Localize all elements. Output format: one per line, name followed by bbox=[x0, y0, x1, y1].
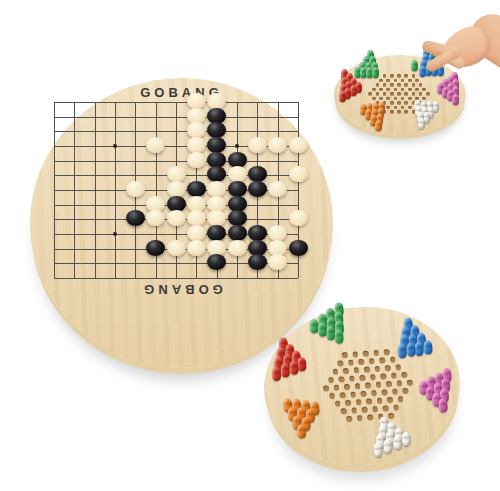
peg-hole bbox=[356, 399, 362, 405]
peg-hole bbox=[390, 357, 396, 363]
peg-green bbox=[372, 67, 379, 78]
chinese-checkers-board-top-right bbox=[334, 55, 466, 135]
peg-hole bbox=[355, 383, 361, 389]
star-point bbox=[235, 144, 239, 148]
peg-hole bbox=[392, 389, 398, 395]
peg-hole bbox=[386, 88, 390, 92]
peg-hole bbox=[344, 384, 350, 390]
peg-hole bbox=[390, 101, 394, 105]
peg-hole bbox=[401, 106, 405, 110]
white-stone bbox=[187, 137, 206, 153]
peg-hole bbox=[369, 358, 375, 364]
white-stone bbox=[207, 240, 226, 256]
peg-hole bbox=[352, 351, 358, 357]
peg-hole bbox=[397, 83, 401, 87]
black-stone bbox=[228, 196, 247, 212]
peg-red bbox=[289, 360, 299, 375]
peg-hole bbox=[419, 83, 423, 87]
peg-hole bbox=[390, 83, 394, 87]
peg-red bbox=[339, 91, 346, 102]
peg-hole bbox=[379, 88, 383, 92]
black-stone bbox=[167, 196, 186, 212]
white-stone bbox=[228, 240, 247, 256]
gobang-title-bottom: GOBANG bbox=[30, 282, 333, 297]
peg-hole bbox=[335, 401, 341, 407]
peg-orange bbox=[297, 424, 307, 439]
white-stone bbox=[187, 122, 206, 138]
peg-blue bbox=[397, 344, 407, 359]
peg-hole bbox=[333, 369, 339, 375]
black-stone bbox=[228, 152, 247, 168]
white-stone bbox=[126, 181, 145, 197]
peg-hole bbox=[372, 88, 376, 92]
peg-hole bbox=[351, 408, 357, 414]
peg-hole bbox=[404, 110, 408, 114]
peg-hole bbox=[382, 405, 388, 411]
peg-hole bbox=[384, 349, 390, 355]
peg-hole bbox=[391, 373, 397, 379]
white-stone bbox=[187, 225, 206, 241]
peg-white bbox=[418, 118, 425, 129]
peg-hole bbox=[385, 365, 391, 371]
peg-hole bbox=[334, 385, 340, 391]
peg-hole bbox=[361, 407, 367, 413]
peg-hole bbox=[408, 88, 412, 92]
peg-hole bbox=[357, 415, 363, 421]
white-stone bbox=[187, 210, 206, 226]
peg-hole bbox=[386, 106, 390, 110]
black-stone bbox=[207, 254, 226, 270]
chinese-checkers-board-bottom-right bbox=[259, 300, 466, 471]
black-stone bbox=[228, 225, 247, 241]
white-stone bbox=[268, 137, 287, 153]
peg-hole bbox=[390, 110, 394, 114]
peg-hole bbox=[371, 390, 377, 396]
white-stone bbox=[146, 210, 165, 226]
peg-hole bbox=[381, 390, 387, 396]
peg-hole bbox=[379, 358, 385, 364]
white-stone bbox=[289, 166, 308, 182]
black-stone bbox=[207, 108, 226, 124]
white-stone bbox=[289, 137, 308, 153]
peg-hole bbox=[338, 376, 344, 382]
white-stone bbox=[167, 181, 186, 197]
star-point bbox=[113, 144, 117, 148]
white-stone bbox=[187, 196, 206, 212]
black-stone bbox=[126, 210, 145, 226]
peg-hole bbox=[394, 106, 398, 110]
black-stone bbox=[207, 225, 226, 241]
black-stone bbox=[207, 137, 226, 153]
peg-hole bbox=[390, 92, 394, 96]
peg-hole bbox=[408, 79, 412, 83]
peg-hole bbox=[367, 415, 373, 421]
peg-hole bbox=[386, 381, 392, 387]
peg-hole bbox=[376, 92, 380, 96]
peg-hole bbox=[397, 101, 401, 105]
peg-hole bbox=[342, 352, 348, 358]
white-stone bbox=[228, 166, 247, 182]
peg-hole bbox=[396, 380, 402, 386]
peg-hole bbox=[348, 360, 354, 366]
peg-hole bbox=[380, 374, 386, 380]
product-photo: GOBANG GOBANG bbox=[0, 0, 500, 491]
peg-blue bbox=[423, 340, 433, 355]
peg-red bbox=[280, 363, 290, 378]
white-stone bbox=[268, 181, 287, 197]
peg-hole bbox=[323, 386, 329, 392]
peg-hole bbox=[404, 101, 408, 105]
white-stone bbox=[207, 210, 226, 226]
peg-hole bbox=[422, 88, 426, 92]
peg-hole bbox=[353, 367, 359, 373]
peg-hole bbox=[390, 74, 394, 78]
peg-hole bbox=[383, 92, 387, 96]
peg-hole bbox=[364, 367, 370, 373]
peg-hole bbox=[386, 79, 390, 83]
gobang-grid bbox=[54, 102, 298, 278]
peg-hole bbox=[393, 405, 399, 411]
peg-hole bbox=[408, 97, 412, 101]
black-stone bbox=[207, 152, 226, 168]
peg-hole bbox=[350, 392, 356, 398]
peg-hole bbox=[412, 83, 416, 87]
black-stone bbox=[207, 166, 226, 182]
peg-hole bbox=[341, 408, 347, 414]
peg-hole bbox=[377, 398, 383, 404]
black-stone bbox=[289, 240, 308, 256]
peg-hole bbox=[398, 396, 404, 402]
peg-hole bbox=[394, 97, 398, 101]
white-stone bbox=[167, 166, 186, 182]
white-stone bbox=[187, 93, 206, 109]
peg-magenta bbox=[452, 94, 459, 105]
peg-hole bbox=[328, 377, 334, 383]
white-stone bbox=[187, 152, 206, 168]
black-stone bbox=[248, 181, 267, 197]
peg-hole bbox=[397, 110, 401, 114]
peg-white bbox=[401, 432, 411, 447]
peg-hole bbox=[363, 351, 369, 357]
white-stone bbox=[207, 93, 226, 109]
star-point bbox=[113, 232, 117, 236]
white-stone bbox=[289, 210, 308, 226]
peg-hole bbox=[383, 83, 387, 87]
black-stone bbox=[146, 240, 165, 256]
white-stone bbox=[187, 108, 206, 124]
peg-hole bbox=[359, 375, 365, 381]
peg-green bbox=[411, 60, 418, 71]
peg-hole bbox=[412, 92, 416, 96]
black-stone bbox=[248, 225, 267, 241]
peg-hole bbox=[376, 382, 382, 388]
peg-hole bbox=[415, 79, 419, 83]
black-stone bbox=[248, 254, 267, 270]
white-stone bbox=[146, 196, 165, 212]
peg-hole bbox=[339, 392, 345, 398]
white-stone bbox=[268, 254, 287, 270]
black-stone bbox=[228, 181, 247, 197]
white-stone bbox=[167, 240, 186, 256]
white-stone bbox=[268, 240, 287, 256]
white-stone bbox=[268, 225, 287, 241]
peg-hole bbox=[408, 106, 412, 110]
peg-hole bbox=[387, 397, 393, 403]
black-stone bbox=[187, 181, 206, 197]
peg-hole bbox=[426, 92, 430, 96]
peg-hole bbox=[397, 74, 401, 78]
peg-hole bbox=[368, 92, 372, 96]
peg-hole bbox=[383, 74, 387, 78]
white-stone bbox=[187, 240, 206, 256]
peg-blue bbox=[419, 66, 426, 77]
peg-hole bbox=[372, 406, 378, 412]
peg-hole bbox=[386, 97, 390, 101]
white-stone bbox=[167, 210, 186, 226]
peg-hole bbox=[373, 350, 379, 356]
gobang-board: GOBANG GOBANG bbox=[30, 78, 333, 368]
peg-orange bbox=[375, 120, 382, 131]
peg-hole bbox=[346, 416, 352, 422]
gobang-title-top: GOBANG bbox=[30, 85, 333, 100]
peg-hole bbox=[401, 88, 405, 92]
peg-hole bbox=[337, 361, 343, 367]
peg-hole bbox=[379, 97, 383, 101]
peg-hole bbox=[343, 368, 349, 374]
black-stone bbox=[207, 122, 226, 138]
peg-hole bbox=[401, 372, 407, 378]
peg-hole bbox=[397, 92, 401, 96]
peg-hole bbox=[412, 74, 416, 78]
peg-hole bbox=[360, 391, 366, 397]
peg-hole bbox=[395, 364, 401, 370]
peg-hole bbox=[394, 88, 398, 92]
peg-red bbox=[297, 357, 307, 372]
peg-hole bbox=[422, 97, 426, 101]
peg-hole bbox=[404, 92, 408, 96]
peg-hole bbox=[374, 366, 380, 372]
peg-hole bbox=[376, 83, 380, 87]
white-stone bbox=[207, 181, 226, 197]
peg-hole bbox=[401, 97, 405, 101]
peg-hole bbox=[402, 388, 408, 394]
black-stone bbox=[248, 240, 267, 256]
white-stone bbox=[146, 137, 165, 153]
peg-hole bbox=[372, 97, 376, 101]
white-stone bbox=[207, 196, 226, 212]
peg-hole bbox=[388, 413, 394, 419]
peg-hole bbox=[358, 359, 364, 365]
peg-hole bbox=[401, 79, 405, 83]
peg-white bbox=[383, 439, 393, 454]
peg-hole bbox=[415, 88, 419, 92]
peg-hole bbox=[329, 393, 335, 399]
peg-hole bbox=[404, 74, 408, 78]
peg-hole bbox=[365, 383, 371, 389]
black-stone bbox=[248, 166, 267, 182]
peg-hole bbox=[407, 380, 413, 386]
peg-hole bbox=[366, 399, 372, 405]
grid-line-h bbox=[54, 278, 298, 279]
peg-green bbox=[334, 329, 344, 344]
peg-hole bbox=[379, 79, 383, 83]
peg-hole bbox=[349, 376, 355, 382]
peg-white bbox=[392, 436, 402, 451]
peg-blue bbox=[406, 342, 416, 357]
peg-hole bbox=[404, 83, 408, 87]
black-stone bbox=[228, 210, 247, 226]
peg-hole bbox=[419, 92, 423, 96]
peg-hole bbox=[370, 374, 376, 380]
white-stone bbox=[248, 137, 267, 153]
peg-hole bbox=[345, 400, 351, 406]
peg-hole bbox=[394, 79, 398, 83]
